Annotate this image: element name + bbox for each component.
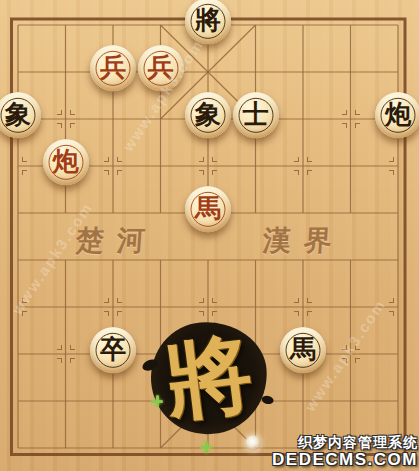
star-marker bbox=[389, 298, 407, 316]
piece-black-soldier[interactable]: 卒 bbox=[90, 327, 136, 373]
check-stamp-glyph: 將 bbox=[161, 330, 257, 426]
cms-watermark: 织梦内容管理系统 DEDECMS.COM bbox=[272, 434, 418, 470]
piece-glyph: 炮 bbox=[53, 149, 79, 175]
piece-red-horse[interactable]: 馬 bbox=[185, 186, 231, 232]
piece-black-horse[interactable]: 馬 bbox=[280, 327, 326, 373]
piece-red-soldier[interactable]: 兵 bbox=[90, 45, 136, 91]
cms-watermark-line1: 织梦内容管理系统 bbox=[272, 434, 418, 450]
star-marker bbox=[9, 157, 27, 175]
star-marker bbox=[294, 157, 312, 175]
star-marker bbox=[57, 345, 75, 363]
piece-glyph: 將 bbox=[195, 8, 221, 34]
star-marker bbox=[199, 157, 217, 175]
piece-glyph: 卒 bbox=[100, 337, 126, 363]
piece-glyph: 兵 bbox=[100, 55, 126, 81]
river-label-left: 楚河 bbox=[75, 222, 160, 260]
star-marker bbox=[104, 157, 122, 175]
piece-black-advisor[interactable]: 士 bbox=[233, 92, 279, 138]
piece-red-cannon[interactable]: 炮 bbox=[43, 139, 89, 185]
star-marker bbox=[389, 157, 407, 175]
star-marker bbox=[199, 298, 217, 316]
star-marker bbox=[104, 298, 122, 316]
glow-orb-icon bbox=[245, 435, 261, 451]
cms-watermark-line2: DEDECMS.COM bbox=[272, 450, 418, 470]
star-marker bbox=[342, 110, 360, 128]
xiangqi-board[interactable]: 楚河 漢界 將兵兵象象士炮炮馬卒馬帥 www.apk3.com www.apk3… bbox=[0, 0, 419, 471]
river-label-right: 漢界 bbox=[262, 222, 347, 260]
piece-glyph: 馬 bbox=[195, 196, 221, 222]
star-marker bbox=[57, 110, 75, 128]
piece-glyph: 象 bbox=[195, 102, 221, 128]
piece-black-elephant[interactable]: 象 bbox=[185, 92, 231, 138]
sparkle-icon bbox=[200, 441, 212, 453]
piece-black-cannon[interactable]: 炮 bbox=[375, 92, 419, 138]
star-marker bbox=[294, 298, 312, 316]
sparkle-icon bbox=[151, 395, 163, 407]
piece-glyph: 士 bbox=[243, 102, 269, 128]
piece-glyph: 馬 bbox=[290, 337, 316, 363]
piece-glyph: 象 bbox=[5, 102, 31, 128]
piece-glyph: 炮 bbox=[385, 102, 411, 128]
